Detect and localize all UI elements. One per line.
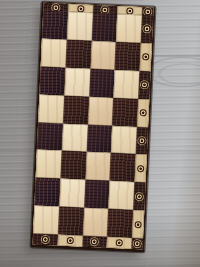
board-square-r1c1 <box>42 11 68 40</box>
board-square-r1c4 <box>116 14 142 43</box>
rosette-stamp-icon <box>42 236 49 243</box>
board-square-r5c1 <box>37 122 63 151</box>
board-square-r8c2 <box>58 207 84 236</box>
board-square-r6c1 <box>36 150 62 179</box>
rosette-stamp-icon <box>134 240 141 247</box>
board-square-r7c4 <box>109 181 135 210</box>
rosette-stamp-icon <box>91 238 98 245</box>
rosette-stamp-icon <box>66 237 73 244</box>
chess-board <box>30 2 155 253</box>
rosette-stamp-icon <box>138 137 145 144</box>
board-square-r8c3 <box>83 208 109 237</box>
board-square-r3c1 <box>39 66 65 95</box>
board-square-r6c2 <box>60 151 86 180</box>
rosette-stamp-icon <box>136 193 143 200</box>
border-cell-bottom <box>82 236 107 248</box>
board-square-r6c3 <box>85 152 111 181</box>
board-square-r7c1 <box>34 178 60 207</box>
board-square-r2c1 <box>41 38 67 67</box>
board-square-r4c3 <box>88 96 114 125</box>
board-square-r4c2 <box>63 95 89 124</box>
board-square-r3c4 <box>114 70 140 99</box>
board-square-r5c2 <box>62 123 88 152</box>
board-square-r2c3 <box>90 41 116 70</box>
board-square-r6c4 <box>110 153 136 182</box>
rosette-stamp-icon <box>141 81 148 88</box>
rosette-stamp-icon <box>137 165 144 172</box>
rosette-stamp-icon <box>126 7 133 14</box>
rosette-stamp-icon <box>102 6 109 13</box>
board-square-r5c4 <box>111 125 137 154</box>
border-cell-bottom <box>132 238 143 249</box>
rosette-stamp-icon <box>142 53 149 60</box>
photo-floor-background <box>0 0 200 267</box>
rosette-stamp-icon <box>52 4 59 11</box>
board-square-r3c2 <box>64 67 90 96</box>
rosette-stamp-icon <box>144 8 151 15</box>
border-cell-right <box>138 71 150 99</box>
border-cell-right <box>136 126 148 154</box>
rosette-stamp-icon <box>143 26 150 33</box>
board-square-r3c3 <box>89 69 115 98</box>
border-cell-right <box>133 182 145 210</box>
board-square-r7c2 <box>59 179 85 208</box>
border-cell-right <box>137 99 149 127</box>
border-cell-bottom <box>57 235 82 247</box>
board-square-r1c3 <box>91 13 117 42</box>
border-cell-bottom <box>33 233 58 245</box>
border-cell-right <box>132 210 144 238</box>
rosette-stamp-icon <box>134 221 141 228</box>
board-square-r1c2 <box>67 12 93 41</box>
board-square-r8c1 <box>33 206 59 235</box>
board-square-r4c1 <box>38 94 64 123</box>
board-square-r2c4 <box>115 42 141 71</box>
board-square-r5c3 <box>86 124 112 153</box>
rosette-stamp-icon <box>116 239 123 246</box>
board-square-r2c2 <box>65 40 91 69</box>
board-square-r4c4 <box>112 98 138 127</box>
rosette-stamp-icon <box>140 109 147 116</box>
board-square-r8c4 <box>107 209 133 238</box>
border-cell-right <box>141 15 153 43</box>
board-square-r7c3 <box>84 180 110 209</box>
border-cell-bottom <box>107 237 132 249</box>
rosette-stamp-icon <box>77 5 84 12</box>
border-cell-right <box>140 43 152 71</box>
border-cell-right <box>135 154 147 182</box>
